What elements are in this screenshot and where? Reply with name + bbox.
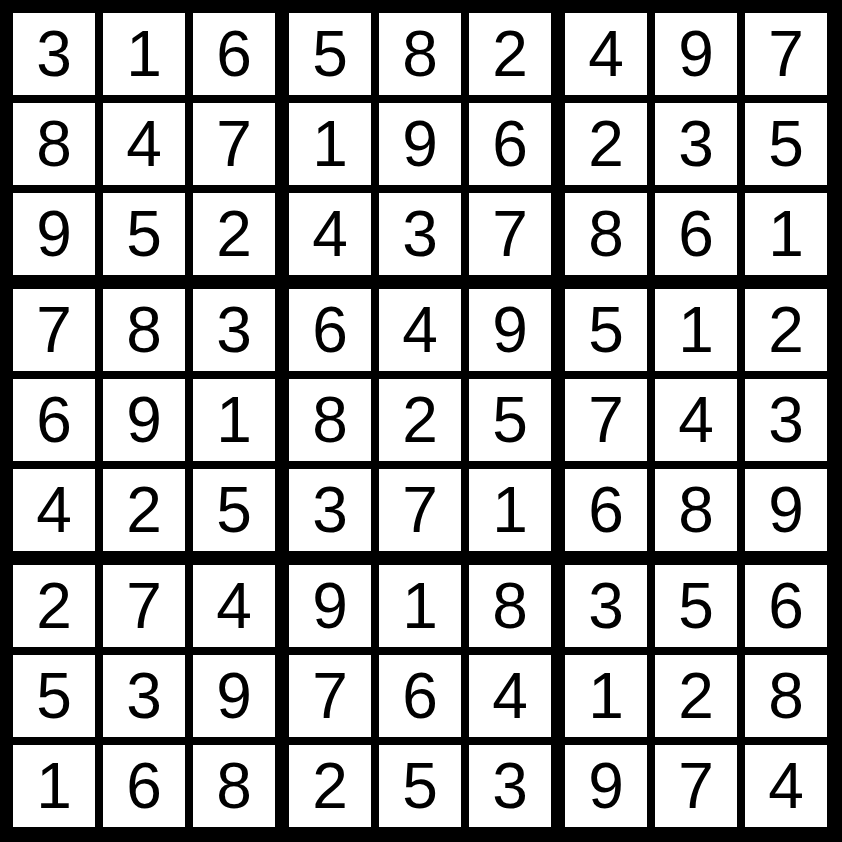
cell-r6c1[interactable]: 4 bbox=[13, 469, 95, 551]
cell-r3c9[interactable]: 1 bbox=[745, 193, 827, 275]
cell-r3c4[interactable]: 4 bbox=[289, 193, 371, 275]
cell-r3c7[interactable]: 8 bbox=[565, 193, 647, 275]
cell-r1c9[interactable]: 7 bbox=[745, 13, 827, 95]
cell-r9c8[interactable]: 7 bbox=[655, 745, 737, 827]
cell-r3c5[interactable]: 3 bbox=[379, 193, 461, 275]
cell-r8c1[interactable]: 5 bbox=[13, 655, 95, 737]
cell-r5c5[interactable]: 2 bbox=[379, 379, 461, 461]
cell-r4c2[interactable]: 8 bbox=[103, 289, 185, 371]
cell-r7c9[interactable]: 6 bbox=[745, 565, 827, 647]
sudoku-board: 3165824978471962359524378617836495126918… bbox=[0, 0, 842, 842]
cell-r1c7[interactable]: 4 bbox=[565, 13, 647, 95]
cell-r2c4[interactable]: 1 bbox=[289, 103, 371, 185]
board-row-2: 847196235 bbox=[13, 103, 842, 193]
cell-r8c5[interactable]: 6 bbox=[379, 655, 461, 737]
cell-r9c5[interactable]: 5 bbox=[379, 745, 461, 827]
cell-r1c6[interactable]: 2 bbox=[469, 13, 551, 95]
board-row-3: 952437861 bbox=[13, 193, 842, 289]
cell-r8c4[interactable]: 7 bbox=[289, 655, 371, 737]
cell-r3c6[interactable]: 7 bbox=[469, 193, 551, 275]
cell-r4c8[interactable]: 1 bbox=[655, 289, 737, 371]
cell-r5c8[interactable]: 4 bbox=[655, 379, 737, 461]
cell-r9c1[interactable]: 1 bbox=[13, 745, 95, 827]
cell-r4c6[interactable]: 9 bbox=[469, 289, 551, 371]
board-row-7: 274918356 bbox=[13, 565, 842, 655]
cell-r2c7[interactable]: 2 bbox=[565, 103, 647, 185]
cell-r8c3[interactable]: 9 bbox=[193, 655, 275, 737]
cell-r6c4[interactable]: 3 bbox=[289, 469, 371, 551]
cell-r4c4[interactable]: 6 bbox=[289, 289, 371, 371]
cell-r5c1[interactable]: 6 bbox=[13, 379, 95, 461]
cell-r8c9[interactable]: 8 bbox=[745, 655, 827, 737]
cell-r8c8[interactable]: 2 bbox=[655, 655, 737, 737]
cell-r2c5[interactable]: 9 bbox=[379, 103, 461, 185]
cell-r7c1[interactable]: 2 bbox=[13, 565, 95, 647]
cell-r7c7[interactable]: 3 bbox=[565, 565, 647, 647]
board-row-9: 168253974 bbox=[13, 745, 842, 835]
cell-r1c5[interactable]: 8 bbox=[379, 13, 461, 95]
cell-r2c2[interactable]: 4 bbox=[103, 103, 185, 185]
cell-r3c8[interactable]: 6 bbox=[655, 193, 737, 275]
board-row-4: 783649512 bbox=[13, 289, 842, 379]
cell-r6c6[interactable]: 1 bbox=[469, 469, 551, 551]
cell-r2c3[interactable]: 7 bbox=[193, 103, 275, 185]
cell-r5c3[interactable]: 1 bbox=[193, 379, 275, 461]
cell-r9c3[interactable]: 8 bbox=[193, 745, 275, 827]
cell-r5c4[interactable]: 8 bbox=[289, 379, 371, 461]
cell-r9c6[interactable]: 3 bbox=[469, 745, 551, 827]
cell-r1c2[interactable]: 1 bbox=[103, 13, 185, 95]
board-row-5: 691825743 bbox=[13, 379, 842, 469]
cell-r7c3[interactable]: 4 bbox=[193, 565, 275, 647]
cell-r9c4[interactable]: 2 bbox=[289, 745, 371, 827]
cell-r8c7[interactable]: 1 bbox=[565, 655, 647, 737]
cell-r2c8[interactable]: 3 bbox=[655, 103, 737, 185]
cell-r4c7[interactable]: 5 bbox=[565, 289, 647, 371]
board-row-1: 316582497 bbox=[13, 13, 842, 103]
cell-r7c4[interactable]: 9 bbox=[289, 565, 371, 647]
cell-r4c5[interactable]: 4 bbox=[379, 289, 461, 371]
cell-r5c6[interactable]: 5 bbox=[469, 379, 551, 461]
cell-r9c2[interactable]: 6 bbox=[103, 745, 185, 827]
cell-r4c3[interactable]: 3 bbox=[193, 289, 275, 371]
cell-r5c2[interactable]: 9 bbox=[103, 379, 185, 461]
cell-r1c1[interactable]: 3 bbox=[13, 13, 95, 95]
cell-r6c5[interactable]: 7 bbox=[379, 469, 461, 551]
cell-r2c9[interactable]: 5 bbox=[745, 103, 827, 185]
cell-r5c7[interactable]: 7 bbox=[565, 379, 647, 461]
cell-r3c3[interactable]: 2 bbox=[193, 193, 275, 275]
cell-r6c8[interactable]: 8 bbox=[655, 469, 737, 551]
cell-r6c9[interactable]: 9 bbox=[745, 469, 827, 551]
cell-r4c1[interactable]: 7 bbox=[13, 289, 95, 371]
cell-r7c6[interactable]: 8 bbox=[469, 565, 551, 647]
cell-r6c2[interactable]: 2 bbox=[103, 469, 185, 551]
cell-r2c6[interactable]: 6 bbox=[469, 103, 551, 185]
cell-r4c9[interactable]: 2 bbox=[745, 289, 827, 371]
board-row-8: 539764128 bbox=[13, 655, 842, 745]
cell-r2c1[interactable]: 8 bbox=[13, 103, 95, 185]
cell-r7c8[interactable]: 5 bbox=[655, 565, 737, 647]
cell-r9c7[interactable]: 9 bbox=[565, 745, 647, 827]
cell-r7c2[interactable]: 7 bbox=[103, 565, 185, 647]
cell-r5c9[interactable]: 3 bbox=[745, 379, 827, 461]
cell-r3c1[interactable]: 9 bbox=[13, 193, 95, 275]
cell-r9c9[interactable]: 4 bbox=[745, 745, 827, 827]
cell-r6c7[interactable]: 6 bbox=[565, 469, 647, 551]
cell-r8c6[interactable]: 4 bbox=[469, 655, 551, 737]
cell-r3c2[interactable]: 5 bbox=[103, 193, 185, 275]
cell-r1c4[interactable]: 5 bbox=[289, 13, 371, 95]
cell-r7c5[interactable]: 1 bbox=[379, 565, 461, 647]
cell-r6c3[interactable]: 5 bbox=[193, 469, 275, 551]
cell-r8c2[interactable]: 3 bbox=[103, 655, 185, 737]
board-row-6: 425371689 bbox=[13, 469, 842, 565]
cell-r1c8[interactable]: 9 bbox=[655, 13, 737, 95]
cell-r1c3[interactable]: 6 bbox=[193, 13, 275, 95]
